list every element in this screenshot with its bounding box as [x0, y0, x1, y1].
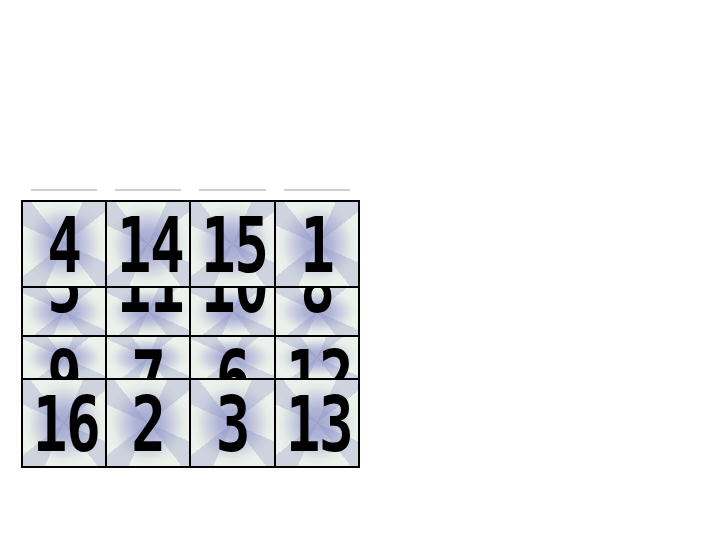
cell-r4c4: 13 [276, 380, 358, 466]
cell-r4c2: 2 [107, 380, 189, 466]
cell-r2c1: 5 [23, 288, 105, 335]
cell-r3c4: 12 [276, 337, 358, 378]
cell-value: 10 [201, 288, 264, 324]
cell-r2c3: 10 [191, 288, 274, 335]
cell-r3c2: 7 [107, 337, 189, 378]
cell-r1c4: 1 [276, 202, 358, 286]
cell-r1c1: 4 [23, 202, 105, 286]
cell-value: 9 [33, 341, 95, 378]
cell-value: 4 [33, 208, 95, 284]
cell-value: 15 [201, 208, 264, 284]
cell-top-shadow-edge [284, 189, 350, 191]
cell-value: 7 [117, 341, 179, 378]
cell-value: 6 [201, 341, 264, 378]
cell-r3c3: 6 [191, 337, 274, 378]
cell-top-shadow-edge [115, 189, 181, 191]
cell-r1c2: 14 [107, 202, 189, 286]
cell-value: 11 [117, 288, 179, 324]
cell-value: 16 [33, 387, 95, 463]
cell-top-shadow-edge [31, 189, 97, 191]
cell-value: 2 [117, 387, 179, 463]
cell-value: 1 [286, 208, 348, 284]
cell-r1c3: 15 [191, 202, 274, 286]
cell-r2c4: 8 [276, 288, 358, 335]
cell-r4c3: 3 [191, 380, 274, 466]
cell-top-shadow-edge [199, 189, 266, 191]
cell-value: 5 [33, 288, 95, 324]
slide-canvas: 4 14 15 1 5 11 10 8 9 7 6 12 16 2 3 13 [0, 0, 720, 540]
cell-value: 14 [117, 208, 179, 284]
cell-value: 13 [286, 387, 348, 463]
cell-r2c2: 11 [107, 288, 189, 335]
magic-square-board: 4 14 15 1 5 11 10 8 9 7 6 12 16 2 3 13 [21, 200, 360, 468]
cell-value: 8 [286, 288, 348, 324]
cell-value: 12 [286, 341, 348, 378]
cell-r4c1: 16 [23, 380, 105, 466]
cell-value: 3 [201, 387, 264, 463]
cell-r3c1: 9 [23, 337, 105, 378]
